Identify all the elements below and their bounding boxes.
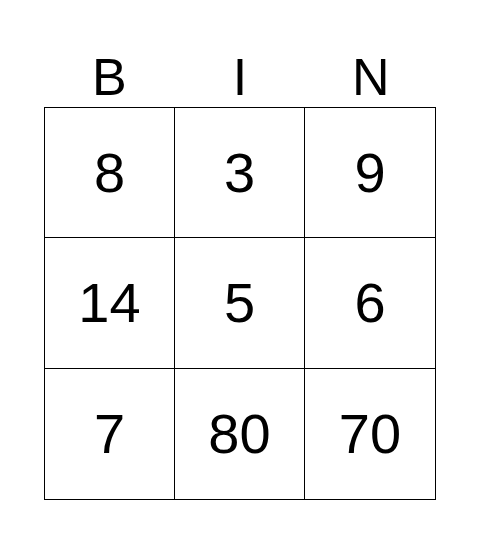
header-letter-n: N: [305, 47, 436, 107]
cell-r0-c0[interactable]: 8: [45, 108, 175, 238]
cell-r2-c0[interactable]: 7: [45, 369, 175, 499]
cell-r0-c2[interactable]: 9: [305, 108, 435, 238]
cell-r2-c2[interactable]: 70: [305, 369, 435, 499]
cell-r1-c0[interactable]: 14: [45, 238, 175, 368]
cell-r1-c2[interactable]: 6: [305, 238, 435, 368]
cell-r0-c1[interactable]: 3: [175, 108, 305, 238]
cell-r2-c1[interactable]: 80: [175, 369, 305, 499]
bingo-header-row: B I N: [44, 47, 436, 107]
cell-r1-c1[interactable]: 5: [175, 238, 305, 368]
bingo-grid: 8 3 9 14 5 6 7 80 70: [44, 107, 436, 500]
header-letter-i: I: [175, 47, 306, 107]
bingo-card: B I N 8 3 9 14 5 6 7 80 70: [0, 0, 479, 544]
header-letter-b: B: [44, 47, 175, 107]
